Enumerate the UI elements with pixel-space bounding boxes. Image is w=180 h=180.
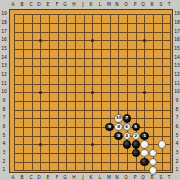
column-label-top: C [28, 2, 34, 6]
grid-line-horizontal [14, 118, 171, 119]
white-stone-R3[interactable] [149, 149, 157, 157]
column-label-top: P [132, 2, 138, 6]
row-label-left: 1 [1, 167, 7, 171]
black-stone-M6[interactable]: 9 [105, 123, 113, 131]
row-label-right: 2 [174, 159, 180, 163]
row-label-left: 9 [1, 98, 7, 102]
row-label-left: 10 [1, 89, 7, 93]
black-stone-Q5[interactable]: 1 [140, 132, 148, 140]
column-label-bottom: Q [140, 175, 146, 179]
star-point [91, 39, 94, 42]
column-label-bottom: O [123, 175, 129, 179]
row-label-right: 6 [174, 124, 180, 128]
column-label-bottom: C [28, 175, 34, 179]
row-label-left: 17 [1, 29, 7, 33]
star-point [143, 39, 146, 42]
column-label-top: K [88, 2, 94, 6]
move-number: 4 [126, 134, 129, 138]
row-label-left: 15 [1, 46, 7, 50]
move-number: 9 [108, 125, 111, 129]
column-label-top: N [114, 2, 120, 6]
grid-line-vertical [170, 14, 171, 171]
white-stone-N6[interactable]: 8 [114, 123, 122, 131]
column-label-bottom: N [114, 175, 120, 179]
white-stone-Q3[interactable] [140, 149, 148, 157]
white-stone-R2[interactable] [149, 158, 157, 166]
column-label-top: L [97, 2, 103, 6]
column-label-bottom: T [166, 175, 172, 179]
row-label-right: 5 [174, 133, 180, 137]
star-point [39, 143, 42, 146]
move-number: 1 [143, 134, 146, 138]
move-number: 8 [117, 125, 120, 129]
column-label-top: F [54, 2, 60, 6]
move-number: 5 [134, 125, 137, 129]
row-label-right: 7 [174, 115, 180, 119]
grid-line-horizontal [14, 127, 171, 128]
row-label-right: 10 [174, 89, 180, 93]
row-label-left: 18 [1, 20, 7, 24]
row-label-right: 9 [174, 98, 180, 102]
row-label-right: 13 [174, 63, 180, 67]
column-label-bottom: L [97, 175, 103, 179]
row-label-left: 12 [1, 72, 7, 76]
column-label-top: S [158, 2, 164, 6]
white-stone-Q4[interactable] [140, 140, 148, 148]
row-label-left: 6 [1, 124, 7, 128]
column-label-top: B [19, 2, 25, 6]
move-number: 3 [117, 134, 120, 138]
column-label-bottom: A [10, 175, 16, 179]
column-label-bottom: E [45, 175, 51, 179]
black-stone-N5[interactable]: 3 [114, 132, 122, 140]
row-label-right: 3 [174, 150, 180, 154]
white-stone-N7[interactable]: 10 [114, 114, 122, 122]
white-stone-P5[interactable]: 2 [132, 132, 140, 140]
grid-line-horizontal [14, 110, 171, 111]
star-point [91, 91, 94, 94]
black-stone-P3[interactable] [132, 149, 140, 157]
black-stone-O7[interactable]: 7 [123, 114, 131, 122]
column-label-top: A [10, 2, 16, 6]
row-label-left: 2 [1, 159, 7, 163]
column-label-top: J [80, 2, 86, 6]
grid-line-vertical [153, 14, 154, 171]
move-number: 10 [115, 116, 121, 120]
white-stone-S4[interactable] [158, 140, 166, 148]
column-label-top: R [149, 2, 155, 6]
grid-line-horizontal [14, 170, 171, 171]
go-board-screenshot: 12345678910 AABBCCDDEEFFGGHHJJKKLLMMNNOO… [0, 0, 180, 180]
move-number: 7 [126, 116, 129, 120]
star-point [39, 39, 42, 42]
row-label-right: 8 [174, 107, 180, 111]
column-label-bottom: K [88, 175, 94, 179]
column-label-bottom: F [54, 175, 60, 179]
column-label-bottom: G [62, 175, 68, 179]
black-stone-P6[interactable]: 5 [132, 123, 140, 131]
grid-line-horizontal [14, 101, 171, 102]
row-label-right: 11 [174, 81, 180, 85]
column-label-bottom: S [158, 175, 164, 179]
column-label-bottom: P [132, 175, 138, 179]
row-label-right: 19 [174, 11, 180, 15]
row-label-right: 18 [174, 20, 180, 24]
row-label-left: 4 [1, 141, 7, 145]
row-label-right: 16 [174, 37, 180, 41]
white-stone-O6[interactable]: 6 [123, 123, 131, 131]
column-label-top: D [36, 2, 42, 6]
black-stone-O4[interactable] [123, 140, 131, 148]
grid-line-vertical [110, 14, 111, 171]
grid-line-vertical [101, 14, 102, 171]
row-label-left: 11 [1, 81, 7, 85]
black-stone-Q2[interactable] [140, 158, 148, 166]
row-label-right: 15 [174, 46, 180, 50]
star-point [91, 143, 94, 146]
star-point [39, 91, 42, 94]
move-number: 2 [134, 134, 137, 138]
row-label-right: 17 [174, 29, 180, 33]
row-label-right: 14 [174, 55, 180, 59]
row-label-left: 14 [1, 55, 7, 59]
column-label-bottom: B [19, 175, 25, 179]
white-stone-R1[interactable] [149, 166, 157, 174]
move-number: 6 [126, 125, 129, 129]
column-label-top: M [106, 2, 112, 6]
column-label-top: G [62, 2, 68, 6]
column-label-top: Q [140, 2, 146, 6]
goban[interactable]: 12345678910 [9, 9, 173, 173]
row-label-left: 13 [1, 63, 7, 67]
row-label-left: 5 [1, 133, 7, 137]
column-label-bottom: D [36, 175, 42, 179]
column-label-bottom: M [106, 175, 112, 179]
grid-line-vertical [118, 14, 119, 171]
column-label-top: E [45, 2, 51, 6]
column-label-bottom: H [71, 175, 77, 179]
row-label-left: 8 [1, 107, 7, 111]
black-stone-P4[interactable] [132, 140, 140, 148]
row-label-left: 19 [1, 11, 7, 15]
row-label-right: 1 [174, 167, 180, 171]
star-point [143, 91, 146, 94]
column-label-bottom: R [149, 175, 155, 179]
column-label-top: O [123, 2, 129, 6]
row-label-right: 4 [174, 141, 180, 145]
column-label-bottom: J [80, 175, 86, 179]
column-label-top: T [166, 2, 172, 6]
column-label-top: H [71, 2, 77, 6]
row-label-left: 3 [1, 150, 7, 154]
white-stone-O5[interactable]: 4 [123, 132, 131, 140]
row-label-right: 12 [174, 72, 180, 76]
row-label-left: 16 [1, 37, 7, 41]
row-label-left: 7 [1, 115, 7, 119]
